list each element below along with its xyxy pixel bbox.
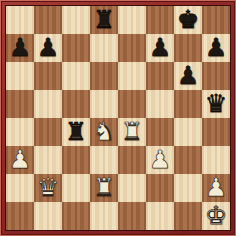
square-a4[interactable] [6, 118, 34, 146]
square-a8[interactable] [6, 6, 34, 34]
board-frame: ♜♚♟♟♟♟♟♛♜♞♜♟♟♛♜♟♚ [0, 0, 236, 236]
square-c2[interactable] [62, 174, 90, 202]
square-c5[interactable] [62, 90, 90, 118]
square-e1[interactable] [118, 202, 146, 230]
square-d3[interactable] [90, 146, 118, 174]
square-b3[interactable] [34, 146, 62, 174]
square-d6[interactable] [90, 62, 118, 90]
square-e2[interactable] [118, 174, 146, 202]
square-f5[interactable] [146, 90, 174, 118]
piece-black-rook: ♜ [93, 6, 115, 34]
square-e5[interactable] [118, 90, 146, 118]
square-b2[interactable]: ♛ [34, 174, 62, 202]
square-f7[interactable]: ♟ [146, 34, 174, 62]
square-b7[interactable]: ♟ [34, 34, 62, 62]
square-h3[interactable] [202, 146, 230, 174]
piece-black-king: ♚ [177, 6, 199, 34]
piece-black-pawn: ♟ [9, 34, 31, 62]
square-c8[interactable] [62, 6, 90, 34]
piece-white-rook: ♜ [93, 174, 115, 202]
square-e6[interactable] [118, 62, 146, 90]
piece-black-pawn: ♟ [177, 62, 199, 90]
square-f1[interactable] [146, 202, 174, 230]
piece-white-pawn: ♟ [205, 174, 227, 202]
square-d4[interactable]: ♞ [90, 118, 118, 146]
piece-black-pawn: ♟ [37, 34, 59, 62]
square-b8[interactable] [34, 6, 62, 34]
square-b4[interactable] [34, 118, 62, 146]
square-g3[interactable] [174, 146, 202, 174]
square-g4[interactable] [174, 118, 202, 146]
square-a6[interactable] [6, 62, 34, 90]
square-f2[interactable] [146, 174, 174, 202]
piece-white-queen: ♛ [37, 174, 59, 202]
square-e7[interactable] [118, 34, 146, 62]
square-a3[interactable]: ♟ [6, 146, 34, 174]
square-d7[interactable] [90, 34, 118, 62]
square-f8[interactable] [146, 6, 174, 34]
square-e8[interactable] [118, 6, 146, 34]
square-g1[interactable] [174, 202, 202, 230]
piece-white-king: ♚ [205, 202, 227, 230]
square-c6[interactable] [62, 62, 90, 90]
square-g8[interactable]: ♚ [174, 6, 202, 34]
square-h5[interactable]: ♛ [202, 90, 230, 118]
square-c1[interactable] [62, 202, 90, 230]
square-h1[interactable]: ♚ [202, 202, 230, 230]
piece-white-knight: ♞ [93, 118, 115, 146]
square-h2[interactable]: ♟ [202, 174, 230, 202]
square-b1[interactable] [34, 202, 62, 230]
piece-black-queen: ♛ [205, 90, 227, 118]
square-c3[interactable] [62, 146, 90, 174]
square-d2[interactable]: ♜ [90, 174, 118, 202]
piece-black-pawn: ♟ [149, 34, 171, 62]
chess-board: ♜♚♟♟♟♟♟♛♜♞♜♟♟♛♜♟♚ [6, 6, 230, 230]
square-d8[interactable]: ♜ [90, 6, 118, 34]
square-c4[interactable]: ♜ [62, 118, 90, 146]
square-g2[interactable] [174, 174, 202, 202]
square-g5[interactable] [174, 90, 202, 118]
square-g6[interactable]: ♟ [174, 62, 202, 90]
piece-white-pawn: ♟ [9, 146, 31, 174]
square-a2[interactable] [6, 174, 34, 202]
piece-white-pawn: ♟ [149, 146, 171, 174]
square-f3[interactable]: ♟ [146, 146, 174, 174]
square-e4[interactable]: ♜ [118, 118, 146, 146]
square-c7[interactable] [62, 34, 90, 62]
square-h4[interactable] [202, 118, 230, 146]
square-g7[interactable] [174, 34, 202, 62]
square-f4[interactable] [146, 118, 174, 146]
square-a5[interactable] [6, 90, 34, 118]
square-a7[interactable]: ♟ [6, 34, 34, 62]
piece-black-rook: ♜ [65, 118, 87, 146]
square-e3[interactable] [118, 146, 146, 174]
square-h7[interactable]: ♟ [202, 34, 230, 62]
piece-white-rook: ♜ [121, 118, 143, 146]
square-h8[interactable] [202, 6, 230, 34]
square-f6[interactable] [146, 62, 174, 90]
square-d5[interactable] [90, 90, 118, 118]
square-d1[interactable] [90, 202, 118, 230]
piece-black-pawn: ♟ [205, 34, 227, 62]
square-b6[interactable] [34, 62, 62, 90]
square-b5[interactable] [34, 90, 62, 118]
square-h6[interactable] [202, 62, 230, 90]
square-a1[interactable] [6, 202, 34, 230]
